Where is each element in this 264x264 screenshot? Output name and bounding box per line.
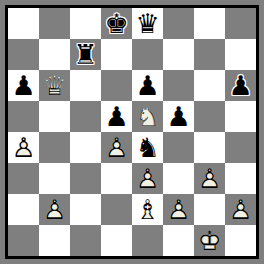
white-bishop-icon: ♝ (132, 194, 163, 225)
square-g5[interactable] (194, 101, 225, 132)
black-pawn-icon: ♟ (163, 101, 194, 132)
white-king-outline-icon: ♔ (194, 225, 225, 256)
square-d8[interactable]: ♚ (101, 8, 132, 39)
square-g7[interactable] (194, 39, 225, 70)
square-d6[interactable] (101, 70, 132, 101)
square-g2[interactable] (194, 194, 225, 225)
square-f8[interactable] (163, 8, 194, 39)
white-bishop-outline-icon: ♗ (132, 194, 163, 225)
white-pawn-icon: ♟ (225, 194, 256, 225)
white-pawn-icon: ♟ (163, 194, 194, 225)
square-d5[interactable]: ♟ (101, 101, 132, 132)
board-frame: ♚♛♜♟♛♕♟♟♟♞♘♟♟♙♟♙♞♟♙♟♙♟♙♝♗♟♙♟♙♚♔ (0, 0, 264, 264)
square-c8[interactable] (70, 8, 101, 39)
square-b4[interactable] (39, 132, 70, 163)
square-h7[interactable] (225, 39, 256, 70)
black-queen-icon: ♛ (132, 8, 163, 39)
white-knight-outline-icon: ♘ (132, 101, 163, 132)
board-border: ♚♛♜♟♛♕♟♟♟♞♘♟♟♙♟♙♞♟♙♟♙♟♙♝♗♟♙♟♙♚♔ (5, 5, 259, 259)
square-d3[interactable] (101, 163, 132, 194)
white-queen-outline-icon: ♕ (39, 70, 70, 101)
square-a5[interactable] (8, 101, 39, 132)
square-c1[interactable] (70, 225, 101, 256)
square-c7[interactable]: ♜ (70, 39, 101, 70)
square-g1[interactable]: ♚♔ (194, 225, 225, 256)
white-pawn-icon: ♟ (39, 194, 70, 225)
black-knight-icon: ♞ (132, 132, 163, 163)
square-h1[interactable] (225, 225, 256, 256)
white-pawn-icon: ♟ (194, 163, 225, 194)
square-f2[interactable]: ♟♙ (163, 194, 194, 225)
square-b8[interactable] (39, 8, 70, 39)
white-pawn-outline-icon: ♙ (39, 194, 70, 225)
white-pawn-icon: ♟ (101, 132, 132, 163)
white-pawn-outline-icon: ♙ (101, 132, 132, 163)
white-pawn-icon: ♟ (8, 132, 39, 163)
square-g3[interactable]: ♟♙ (194, 163, 225, 194)
square-a8[interactable] (8, 8, 39, 39)
square-b7[interactable] (39, 39, 70, 70)
square-c3[interactable] (70, 163, 101, 194)
square-h6[interactable]: ♟ (225, 70, 256, 101)
square-b3[interactable] (39, 163, 70, 194)
square-g4[interactable] (194, 132, 225, 163)
square-e3[interactable]: ♟♙ (132, 163, 163, 194)
square-h4[interactable] (225, 132, 256, 163)
square-b6[interactable]: ♛♕ (39, 70, 70, 101)
white-pawn-icon: ♟ (132, 163, 163, 194)
square-a7[interactable] (8, 39, 39, 70)
white-pawn-outline-icon: ♙ (163, 194, 194, 225)
square-e7[interactable] (132, 39, 163, 70)
square-c4[interactable] (70, 132, 101, 163)
square-f7[interactable] (163, 39, 194, 70)
square-d1[interactable] (101, 225, 132, 256)
square-f6[interactable] (163, 70, 194, 101)
square-a4[interactable]: ♟♙ (8, 132, 39, 163)
square-f3[interactable] (163, 163, 194, 194)
square-e5[interactable]: ♞♘ (132, 101, 163, 132)
square-c2[interactable] (70, 194, 101, 225)
white-pawn-outline-icon: ♙ (132, 163, 163, 194)
square-e1[interactable] (132, 225, 163, 256)
square-h2[interactable]: ♟♙ (225, 194, 256, 225)
black-king-icon: ♚ (101, 8, 132, 39)
square-g8[interactable] (194, 8, 225, 39)
square-a3[interactable] (8, 163, 39, 194)
black-pawn-icon: ♟ (8, 70, 39, 101)
square-e4[interactable]: ♞ (132, 132, 163, 163)
square-f4[interactable] (163, 132, 194, 163)
square-b2[interactable]: ♟♙ (39, 194, 70, 225)
square-d7[interactable] (101, 39, 132, 70)
black-pawn-icon: ♟ (132, 70, 163, 101)
square-a2[interactable] (8, 194, 39, 225)
square-e6[interactable]: ♟ (132, 70, 163, 101)
square-d2[interactable] (101, 194, 132, 225)
chess-board: ♚♛♜♟♛♕♟♟♟♞♘♟♟♙♟♙♞♟♙♟♙♟♙♝♗♟♙♟♙♚♔ (8, 8, 256, 256)
white-pawn-outline-icon: ♙ (225, 194, 256, 225)
white-queen-icon: ♛ (39, 70, 70, 101)
square-b1[interactable] (39, 225, 70, 256)
square-d4[interactable]: ♟♙ (101, 132, 132, 163)
square-g6[interactable] (194, 70, 225, 101)
square-c6[interactable] (70, 70, 101, 101)
square-a1[interactable] (8, 225, 39, 256)
white-king-icon: ♚ (194, 225, 225, 256)
white-knight-icon: ♞ (132, 101, 163, 132)
black-pawn-icon: ♟ (225, 70, 256, 101)
square-a6[interactable]: ♟ (8, 70, 39, 101)
white-pawn-outline-icon: ♙ (8, 132, 39, 163)
square-h5[interactable] (225, 101, 256, 132)
square-e2[interactable]: ♝♗ (132, 194, 163, 225)
square-e8[interactable]: ♛ (132, 8, 163, 39)
square-h8[interactable] (225, 8, 256, 39)
square-c5[interactable] (70, 101, 101, 132)
black-pawn-icon: ♟ (101, 101, 132, 132)
square-b5[interactable] (39, 101, 70, 132)
white-pawn-outline-icon: ♙ (194, 163, 225, 194)
square-f1[interactable] (163, 225, 194, 256)
square-h3[interactable] (225, 163, 256, 194)
black-rook-icon: ♜ (70, 39, 101, 70)
square-f5[interactable]: ♟ (163, 101, 194, 132)
